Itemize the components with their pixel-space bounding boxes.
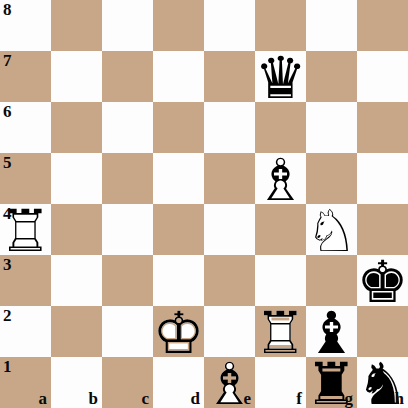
file-label-g: g (345, 390, 354, 407)
square-e4[interactable] (204, 204, 255, 255)
rank-label-7: 7 (3, 52, 12, 69)
square-e5[interactable] (204, 153, 255, 204)
square-b8[interactable] (51, 0, 102, 51)
square-b1[interactable]: b (51, 357, 102, 408)
square-c7[interactable] (102, 51, 153, 102)
file-label-f: f (296, 390, 302, 407)
square-f4[interactable] (255, 204, 306, 255)
square-h5[interactable] (357, 153, 408, 204)
square-h1[interactable]: h♞ (357, 357, 408, 408)
square-h6[interactable] (357, 102, 408, 153)
file-label-a: a (39, 390, 48, 407)
rank-label-4: 4 (3, 205, 12, 222)
square-c6[interactable] (102, 102, 153, 153)
piece-white-king[interactable]: ♔ (153, 308, 204, 359)
square-d2[interactable]: ♚♔ (153, 306, 204, 357)
piece-black-queen[interactable]: ♛ (255, 53, 306, 104)
piece-white-rook[interactable]: ♖ (255, 308, 306, 359)
piece-black-king[interactable]: ♚ (357, 257, 408, 308)
square-d5[interactable] (153, 153, 204, 204)
square-c2[interactable] (102, 306, 153, 357)
square-h7[interactable] (357, 51, 408, 102)
square-g6[interactable] (306, 102, 357, 153)
square-d1[interactable]: d (153, 357, 204, 408)
square-d8[interactable] (153, 0, 204, 51)
square-d4[interactable] (153, 204, 204, 255)
square-f5[interactable]: ♝♗ (255, 153, 306, 204)
square-b7[interactable] (51, 51, 102, 102)
rank-label-2: 2 (3, 307, 12, 324)
square-a8[interactable]: 8 (0, 0, 51, 51)
square-h3[interactable]: ♚ (357, 255, 408, 306)
square-c8[interactable] (102, 0, 153, 51)
square-g1[interactable]: g♜ (306, 357, 357, 408)
square-c5[interactable] (102, 153, 153, 204)
file-label-h: h (395, 390, 404, 407)
square-f7[interactable]: ♛ (255, 51, 306, 102)
square-c3[interactable] (102, 255, 153, 306)
square-h8[interactable] (357, 0, 408, 51)
square-c1[interactable]: c (102, 357, 153, 408)
square-e6[interactable] (204, 102, 255, 153)
square-c4[interactable] (102, 204, 153, 255)
file-label-e: e (243, 390, 251, 407)
square-a3[interactable]: 3 (0, 255, 51, 306)
square-e7[interactable] (204, 51, 255, 102)
square-f1[interactable]: f (255, 357, 306, 408)
rank-label-8: 8 (3, 1, 12, 18)
file-label-c: c (141, 390, 149, 407)
square-g7[interactable] (306, 51, 357, 102)
square-a2[interactable]: 2 (0, 306, 51, 357)
file-label-d: d (191, 390, 200, 407)
square-b5[interactable] (51, 153, 102, 204)
chess-board: 87♛65♝♗4♜♖♞♘3♚2♚♔♜♖♝1abcde♝♗fg♜h♞ (0, 0, 408, 408)
square-f2[interactable]: ♜♖ (255, 306, 306, 357)
square-d7[interactable] (153, 51, 204, 102)
piece-white-bishop[interactable]: ♗ (255, 155, 306, 206)
rank-label-1: 1 (3, 358, 12, 375)
square-e8[interactable] (204, 0, 255, 51)
square-e1[interactable]: e♝♗ (204, 357, 255, 408)
square-b3[interactable] (51, 255, 102, 306)
square-a1[interactable]: 1a (0, 357, 51, 408)
square-g8[interactable] (306, 0, 357, 51)
file-label-b: b (89, 390, 98, 407)
square-b6[interactable] (51, 102, 102, 153)
square-d6[interactable] (153, 102, 204, 153)
square-a7[interactable]: 7 (0, 51, 51, 102)
square-a6[interactable]: 6 (0, 102, 51, 153)
square-b4[interactable] (51, 204, 102, 255)
piece-white-knight[interactable]: ♘ (306, 206, 357, 257)
rank-label-6: 6 (3, 103, 12, 120)
square-b2[interactable] (51, 306, 102, 357)
square-g4[interactable]: ♞♘ (306, 204, 357, 255)
rank-label-3: 3 (3, 256, 12, 273)
square-a4[interactable]: 4♜♖ (0, 204, 51, 255)
rank-label-5: 5 (3, 154, 12, 171)
square-e3[interactable] (204, 255, 255, 306)
